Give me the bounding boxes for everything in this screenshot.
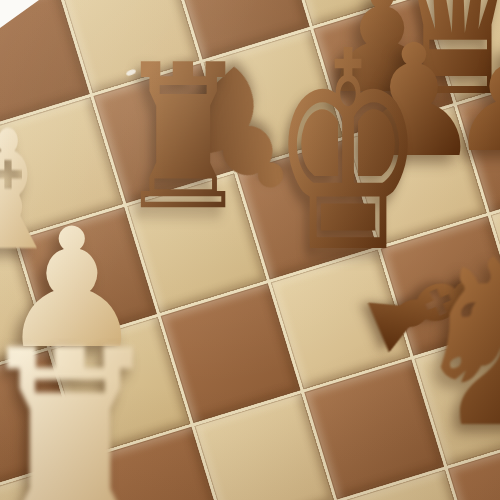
piece-knight-black-e3: ♞ (407, 230, 500, 460)
pieces-layer: ♟♛♟♟♜♟♚♝♞♝♟♜ (0, 0, 500, 500)
piece-king-black-d5: ♚ (272, 16, 425, 291)
chess-photo-frame: ♟♛♟♟♜♟♚♝♞♝♟♜ (0, 0, 500, 500)
piece-rook-white-a3: ♜ (0, 314, 170, 500)
